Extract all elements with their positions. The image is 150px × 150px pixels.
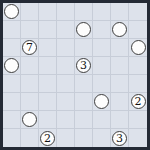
board-cell[interactable] bbox=[111, 111, 129, 129]
board-cell[interactable] bbox=[129, 129, 147, 147]
board-cell[interactable]: 7 bbox=[21, 39, 39, 57]
board-cell[interactable] bbox=[93, 75, 111, 93]
numbered-circle: 2 bbox=[40, 131, 55, 146]
board-cell[interactable] bbox=[93, 39, 111, 57]
board-cell[interactable] bbox=[39, 21, 57, 39]
board-cell[interactable] bbox=[111, 21, 129, 39]
board-cell[interactable] bbox=[57, 57, 75, 75]
board-cell[interactable] bbox=[21, 93, 39, 111]
empty-circle bbox=[22, 112, 37, 127]
board-cell[interactable]: 3 bbox=[111, 129, 129, 147]
board-cell[interactable] bbox=[3, 129, 21, 147]
numbered-circle: 7 bbox=[22, 40, 37, 55]
board-cell[interactable] bbox=[3, 75, 21, 93]
board-cell[interactable] bbox=[111, 75, 129, 93]
board-cell[interactable] bbox=[21, 21, 39, 39]
board-cell[interactable] bbox=[75, 93, 93, 111]
numbered-circle: 3 bbox=[76, 58, 91, 73]
board-cell[interactable] bbox=[111, 57, 129, 75]
board-cell[interactable] bbox=[3, 21, 21, 39]
board-cell[interactable] bbox=[129, 111, 147, 129]
board-cell[interactable] bbox=[111, 93, 129, 111]
board-cell[interactable] bbox=[57, 39, 75, 57]
board-cell[interactable] bbox=[93, 21, 111, 39]
board-cell[interactable] bbox=[75, 111, 93, 129]
board-cell[interactable] bbox=[3, 3, 21, 21]
board-cell[interactable] bbox=[93, 111, 111, 129]
board-cell[interactable] bbox=[93, 129, 111, 147]
board-cell[interactable] bbox=[3, 39, 21, 57]
board-cell[interactable] bbox=[75, 3, 93, 21]
board-cell[interactable] bbox=[75, 21, 93, 39]
board-cell[interactable] bbox=[21, 57, 39, 75]
numbered-circle: 2 bbox=[131, 94, 146, 109]
board-cell[interactable] bbox=[93, 3, 111, 21]
empty-circle bbox=[76, 22, 91, 37]
board-cell[interactable] bbox=[111, 39, 129, 57]
board-cell[interactable] bbox=[39, 93, 57, 111]
empty-circle bbox=[4, 4, 19, 19]
board-cell[interactable] bbox=[57, 3, 75, 21]
puzzle-board: 73223 bbox=[0, 0, 150, 150]
board-cell[interactable] bbox=[3, 111, 21, 129]
board-cell[interactable]: 3 bbox=[75, 57, 93, 75]
empty-circle bbox=[131, 40, 146, 55]
board-cell[interactable] bbox=[75, 75, 93, 93]
board-cell[interactable] bbox=[129, 57, 147, 75]
board-cell[interactable]: 2 bbox=[39, 129, 57, 147]
board-cell[interactable] bbox=[3, 93, 21, 111]
empty-circle bbox=[94, 94, 109, 109]
board-cell[interactable] bbox=[57, 75, 75, 93]
numbered-circle: 3 bbox=[112, 131, 127, 146]
board-cell[interactable] bbox=[39, 75, 57, 93]
board-cell[interactable] bbox=[75, 39, 93, 57]
empty-circle bbox=[4, 58, 19, 73]
board-cell[interactable] bbox=[129, 21, 147, 39]
board-cell[interactable] bbox=[3, 57, 21, 75]
board-cell[interactable] bbox=[57, 21, 75, 39]
board-cell[interactable] bbox=[129, 39, 147, 57]
board-cell[interactable] bbox=[93, 57, 111, 75]
board-cell[interactable] bbox=[39, 111, 57, 129]
board-cell[interactable] bbox=[57, 93, 75, 111]
board-cell[interactable] bbox=[21, 3, 39, 21]
board-cell[interactable] bbox=[129, 3, 147, 21]
empty-circle bbox=[112, 22, 127, 37]
board-cell[interactable] bbox=[39, 3, 57, 21]
board-cell[interactable] bbox=[93, 93, 111, 111]
board-cell[interactable] bbox=[21, 75, 39, 93]
board-cell[interactable] bbox=[129, 75, 147, 93]
board-cell[interactable] bbox=[21, 111, 39, 129]
board-cell[interactable] bbox=[57, 129, 75, 147]
board-cell[interactable] bbox=[57, 111, 75, 129]
board-cell[interactable] bbox=[39, 57, 57, 75]
board-cell[interactable] bbox=[111, 3, 129, 21]
board-cell[interactable] bbox=[39, 39, 57, 57]
board-cell[interactable] bbox=[75, 129, 93, 147]
board-cell[interactable] bbox=[21, 129, 39, 147]
board-cell[interactable]: 2 bbox=[129, 93, 147, 111]
